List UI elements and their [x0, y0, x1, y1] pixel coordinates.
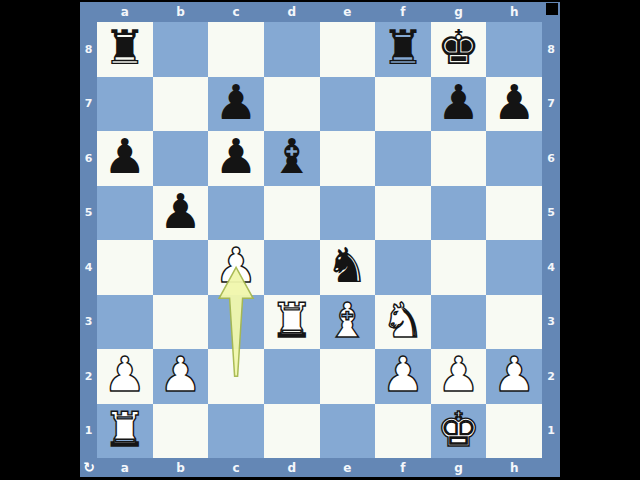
- board-grid: ♜♜♚♟♟♟♟♟♝♟♟♞♜♝♞♟♟♟♟♟♜♚: [97, 22, 542, 458]
- square-g6[interactable]: [431, 131, 487, 186]
- square-a6[interactable]: ♟: [97, 131, 153, 186]
- square-e3[interactable]: ♝: [320, 295, 376, 350]
- square-a4[interactable]: [97, 240, 153, 295]
- square-h6[interactable]: [486, 131, 542, 186]
- square-d7[interactable]: [264, 77, 320, 132]
- square-g3[interactable]: [431, 295, 487, 350]
- file-labels-bottom: abcdefgh: [97, 458, 542, 477]
- piece-white-pawn-g2[interactable]: ♟: [437, 350, 480, 398]
- rank-label-3: 3: [542, 295, 560, 350]
- square-e8[interactable]: [320, 22, 376, 77]
- piece-white-pawn-f2[interactable]: ♟: [381, 350, 424, 398]
- piece-black-pawn-g7[interactable]: ♟: [437, 78, 480, 126]
- file-label-d: d: [264, 2, 320, 22]
- rank-label-2: 2: [542, 349, 560, 404]
- file-label-d: d: [264, 458, 320, 477]
- square-b8[interactable]: [153, 22, 209, 77]
- square-a5[interactable]: [97, 186, 153, 241]
- file-label-e: e: [320, 2, 376, 22]
- square-d4[interactable]: [264, 240, 320, 295]
- piece-white-knight-f3[interactable]: ♞: [381, 296, 424, 344]
- piece-black-pawn-b5[interactable]: ♟: [159, 187, 202, 235]
- square-d8[interactable]: [264, 22, 320, 77]
- piece-white-king-g1[interactable]: ♚: [437, 405, 480, 453]
- square-h4[interactable]: [486, 240, 542, 295]
- chess-app-stage: abcdefgh 87654321 87654321 ♜♜♚♟♟♟♟♟♝♟♟♞♜…: [0, 0, 640, 480]
- piece-black-bishop-d6[interactable]: ♝: [270, 132, 313, 180]
- piece-black-pawn-c6[interactable]: ♟: [215, 132, 258, 180]
- square-g2[interactable]: ♟: [431, 349, 487, 404]
- square-c7[interactable]: ♟: [208, 77, 264, 132]
- piece-black-rook-f8[interactable]: ♜: [381, 23, 424, 71]
- square-c8[interactable]: [208, 22, 264, 77]
- file-label-a: a: [97, 458, 153, 477]
- square-a1[interactable]: ♜: [97, 404, 153, 459]
- square-e5[interactable]: [320, 186, 376, 241]
- square-f6[interactable]: [375, 131, 431, 186]
- square-b5[interactable]: ♟: [153, 186, 209, 241]
- piece-black-rook-a8[interactable]: ♜: [103, 23, 146, 71]
- file-label-b: b: [153, 2, 209, 22]
- square-d5[interactable]: [264, 186, 320, 241]
- square-f5[interactable]: [375, 186, 431, 241]
- rank-label-1: 1: [80, 404, 97, 459]
- square-b4[interactable]: [153, 240, 209, 295]
- square-e7[interactable]: [320, 77, 376, 132]
- file-label-e: e: [320, 458, 376, 477]
- rank-label-8: 8: [542, 22, 560, 77]
- file-label-b: b: [153, 458, 209, 477]
- square-g8[interactable]: ♚: [431, 22, 487, 77]
- file-label-f: f: [375, 458, 431, 477]
- file-label-h: h: [486, 458, 542, 477]
- rank-label-4: 4: [542, 240, 560, 295]
- rank-label-1: 1: [542, 404, 560, 459]
- square-g7[interactable]: ♟: [431, 77, 487, 132]
- square-f3[interactable]: ♞: [375, 295, 431, 350]
- square-d1[interactable]: [264, 404, 320, 459]
- square-f2[interactable]: ♟: [375, 349, 431, 404]
- rank-labels-left: 87654321: [80, 22, 97, 458]
- square-c3[interactable]: [208, 295, 264, 350]
- file-label-c: c: [208, 458, 264, 477]
- piece-white-rook-d3[interactable]: ♜: [270, 296, 313, 344]
- square-h2[interactable]: ♟: [486, 349, 542, 404]
- rank-label-7: 7: [542, 77, 560, 132]
- square-a2[interactable]: ♟: [97, 349, 153, 404]
- square-h3[interactable]: [486, 295, 542, 350]
- square-d2[interactable]: [264, 349, 320, 404]
- square-c4[interactable]: ♟: [208, 240, 264, 295]
- square-b2[interactable]: ♟: [153, 349, 209, 404]
- square-a3[interactable]: [97, 295, 153, 350]
- square-d6[interactable]: ♝: [264, 131, 320, 186]
- rank-label-3: 3: [80, 295, 97, 350]
- square-f4[interactable]: [375, 240, 431, 295]
- square-f8[interactable]: ♜: [375, 22, 431, 77]
- rank-label-4: 4: [80, 240, 97, 295]
- rank-label-2: 2: [80, 349, 97, 404]
- corner-marker: [546, 3, 558, 15]
- rank-label-6: 6: [542, 131, 560, 186]
- chess-board: abcdefgh 87654321 87654321 ♜♜♚♟♟♟♟♟♝♟♟♞♜…: [80, 2, 560, 477]
- piece-white-pawn-b2[interactable]: ♟: [159, 350, 202, 398]
- square-e6[interactable]: [320, 131, 376, 186]
- square-b3[interactable]: [153, 295, 209, 350]
- square-b1[interactable]: [153, 404, 209, 459]
- piece-white-bishop-e3[interactable]: ♝: [326, 296, 369, 344]
- square-h8[interactable]: [486, 22, 542, 77]
- square-h7[interactable]: ♟: [486, 77, 542, 132]
- square-b7[interactable]: [153, 77, 209, 132]
- file-label-h: h: [486, 2, 542, 22]
- square-h1[interactable]: [486, 404, 542, 459]
- rank-label-6: 6: [80, 131, 97, 186]
- square-c5[interactable]: [208, 186, 264, 241]
- square-e2[interactable]: [320, 349, 376, 404]
- square-g4[interactable]: [431, 240, 487, 295]
- rank-label-7: 7: [80, 77, 97, 132]
- piece-white-rook-a1[interactable]: ♜: [103, 405, 146, 453]
- square-e1[interactable]: [320, 404, 376, 459]
- square-a7[interactable]: [97, 77, 153, 132]
- piece-black-pawn-c7[interactable]: ♟: [215, 78, 258, 126]
- square-a8[interactable]: ♜: [97, 22, 153, 77]
- square-c6[interactable]: ♟: [208, 131, 264, 186]
- rank-label-5: 5: [80, 186, 97, 241]
- square-g1[interactable]: ♚: [431, 404, 487, 459]
- square-c1[interactable]: [208, 404, 264, 459]
- piece-black-pawn-a6[interactable]: ♟: [103, 132, 146, 180]
- square-h5[interactable]: [486, 186, 542, 241]
- flip-board-icon[interactable]: ↻: [81, 459, 97, 476]
- rank-label-8: 8: [80, 22, 97, 77]
- piece-white-pawn-a2[interactable]: ♟: [103, 350, 146, 398]
- square-d3[interactable]: ♜: [264, 295, 320, 350]
- rank-label-5: 5: [542, 186, 560, 241]
- piece-black-king-g8[interactable]: ♚: [437, 23, 480, 71]
- piece-white-pawn-h2[interactable]: ♟: [493, 350, 536, 398]
- square-e4[interactable]: ♞: [320, 240, 376, 295]
- piece-white-pawn-c4[interactable]: ♟: [215, 241, 258, 289]
- square-c2[interactable]: [208, 349, 264, 404]
- square-g5[interactable]: [431, 186, 487, 241]
- file-label-c: c: [208, 2, 264, 22]
- piece-black-pawn-h7[interactable]: ♟: [493, 78, 536, 126]
- file-label-g: g: [431, 458, 487, 477]
- piece-black-knight-e4[interactable]: ♞: [326, 241, 369, 289]
- rank-labels-right: 87654321: [542, 22, 560, 458]
- square-f7[interactable]: [375, 77, 431, 132]
- square-f1[interactable]: [375, 404, 431, 459]
- square-b6[interactable]: [153, 131, 209, 186]
